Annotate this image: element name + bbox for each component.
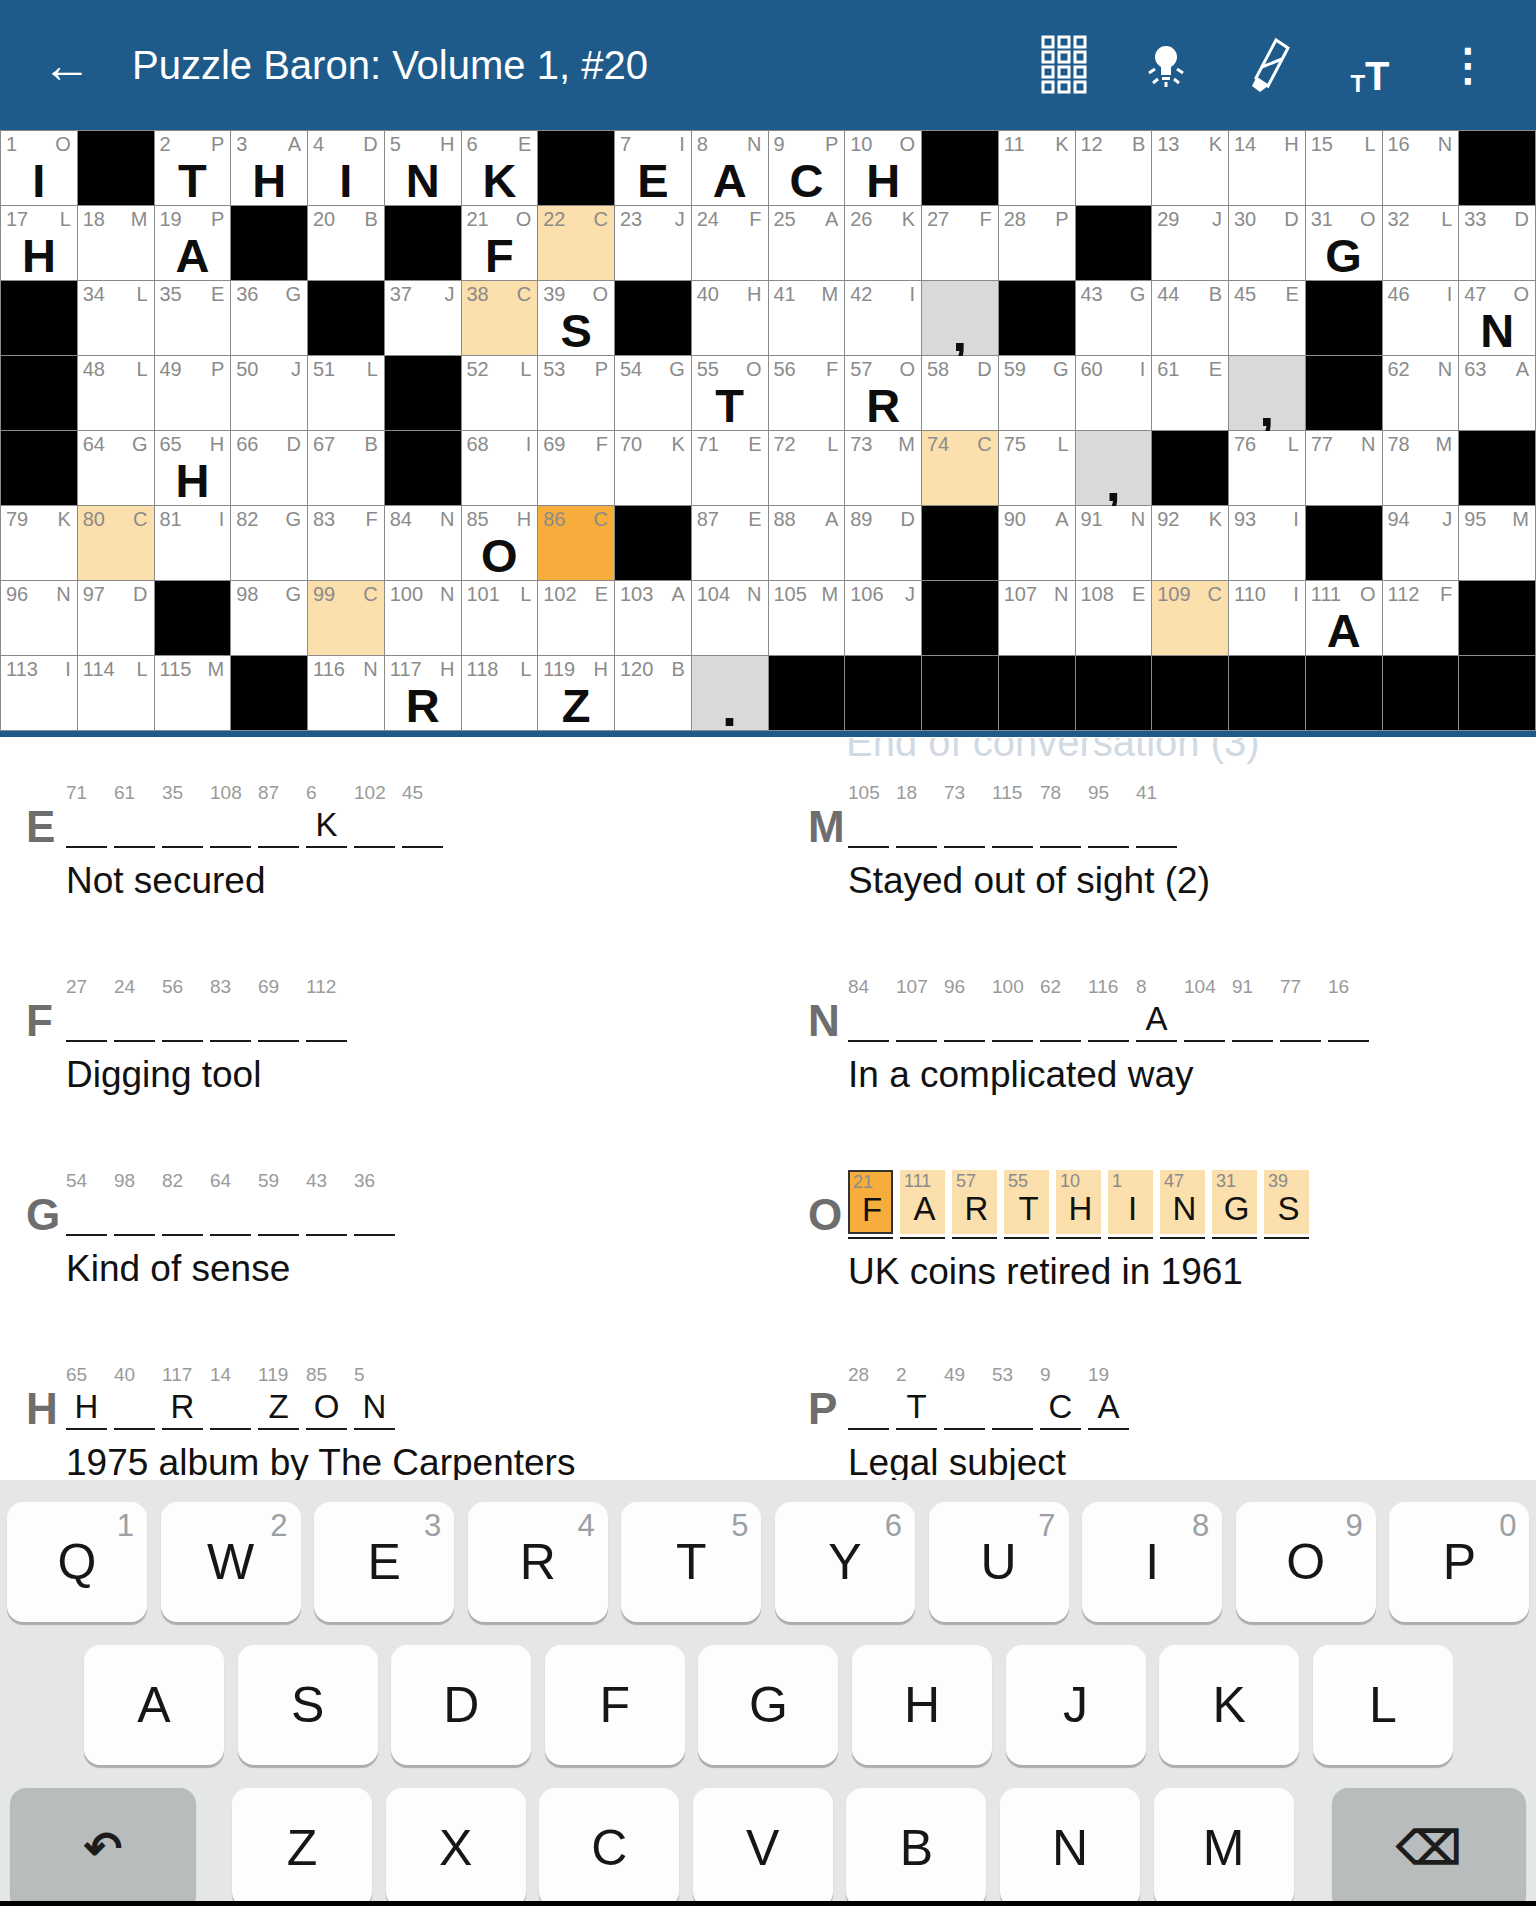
answer-slot-98[interactable]: 98 xyxy=(114,1170,155,1236)
answer-slot-62[interactable]: 62 xyxy=(1040,976,1081,1042)
black-cell xyxy=(1383,656,1459,730)
clue-text: Legal subject xyxy=(848,1442,1530,1484)
clue-letter-label: H xyxy=(26,1384,58,1434)
grid-cell-89[interactable]: 89D xyxy=(845,506,921,580)
answer-slot-47[interactable]: 47N xyxy=(1160,1170,1205,1239)
grid-cell-50[interactable]: 50J xyxy=(231,356,307,430)
answer-slot-111[interactable]: 111A xyxy=(900,1170,945,1239)
text-size-icon[interactable]: TT xyxy=(1344,34,1396,96)
black-cell xyxy=(1306,506,1382,580)
app-screen: ← Puzzle Baron: Volume 1, #20 xyxy=(0,0,1536,1906)
answer-slot-57[interactable]: 57R xyxy=(952,1170,997,1239)
clue-letter-label: G xyxy=(26,1190,60,1240)
grid-cell-11[interactable]: 11K xyxy=(999,131,1075,205)
grid-cell-29[interactable]: 29J xyxy=(1152,206,1228,280)
grid-cell-102[interactable]: 102E xyxy=(538,581,614,655)
answer-slot-10[interactable]: 10H xyxy=(1056,1170,1101,1239)
grid-cell-117[interactable]: 117HR xyxy=(385,656,461,730)
back-arrow-icon[interactable]: ← xyxy=(42,40,92,90)
punctuation-cell: . xyxy=(692,656,768,730)
grid-cell-22[interactable]: 22C xyxy=(538,206,614,280)
grid-cell-23[interactable]: 23J xyxy=(615,206,691,280)
grid-cell-96[interactable]: 96N xyxy=(1,581,77,655)
answer-slot-108[interactable]: 108 xyxy=(210,782,251,848)
key-D[interactable]: D xyxy=(391,1645,531,1765)
key-H[interactable]: H xyxy=(852,1645,992,1765)
key-P[interactable]: P0 xyxy=(1389,1502,1529,1622)
grid-cell-90[interactable]: 90A xyxy=(999,506,1075,580)
grid-cell-99[interactable]: 99C xyxy=(308,581,384,655)
grid-cell-98[interactable]: 98G xyxy=(231,581,307,655)
answer-slot-78[interactable]: 78 xyxy=(1040,782,1081,848)
grid-cell-14[interactable]: 14H xyxy=(1229,131,1305,205)
clue-text: Stayed out of sight (2) xyxy=(848,860,1530,902)
grid-cell-63[interactable]: 63A xyxy=(1459,356,1535,430)
grid-cell-2[interactable]: 2PT xyxy=(155,131,231,205)
grid-cell-35[interactable]: 35E xyxy=(155,281,231,355)
keyboard: Q1W2E3R4T5Y6U7I8O9P0ASDFGHJKL↶ZXCVBNM⌫ xyxy=(0,1480,1536,1906)
grid-cell-44[interactable]: 44B xyxy=(1152,281,1228,355)
grid-cell-73[interactable]: 73M xyxy=(845,431,921,505)
app-bar: ← Puzzle Baron: Volume 1, #20 xyxy=(0,0,1536,130)
overflow-menu-icon[interactable]: ⋮ xyxy=(1446,43,1490,87)
grid-cell-81[interactable]: 81I xyxy=(155,506,231,580)
answer-slot-35[interactable]: 35 xyxy=(162,782,203,848)
clue-section-F: F2724568369112Digging tool xyxy=(18,976,758,1148)
answer-slot-83[interactable]: 83 xyxy=(210,976,251,1042)
grid-cell-69[interactable]: 69F xyxy=(538,431,614,505)
black-cell xyxy=(615,281,691,355)
grid-cell-6[interactable]: 6EK xyxy=(462,131,538,205)
acrostic-grid: 1OI2PT3AH4DI5HN6EK7IE8NA9PC10OH11K12B13K… xyxy=(0,130,1536,731)
clue-section-M: M1051873115789541Stayed out of sight (2) xyxy=(800,782,1530,954)
grid-cell-61[interactable]: 61E xyxy=(1152,356,1228,430)
grid-cell-42[interactable]: 42I xyxy=(845,281,921,355)
grid-container: 1OI2PT3AH4DI5HN6EK7IE8NA9PC10OH11K12B13K… xyxy=(0,130,1536,737)
grid-cell-27[interactable]: 27F xyxy=(922,206,998,280)
clue-text: 1975 album by The Carpenters xyxy=(66,1442,758,1484)
answer-slot-96[interactable]: 96 xyxy=(944,976,985,1042)
black-cell xyxy=(1459,131,1535,205)
grid-cell-120[interactable]: 120B xyxy=(615,656,691,730)
grid-cell-111[interactable]: 111OA xyxy=(1306,581,1382,655)
grid-cell-51[interactable]: 51L xyxy=(308,356,384,430)
grid-cell-84[interactable]: 84N xyxy=(385,506,461,580)
grid-cell-83[interactable]: 83F xyxy=(308,506,384,580)
key-V[interactable]: V xyxy=(693,1788,833,1906)
grid-cell-94[interactable]: 94J xyxy=(1383,506,1459,580)
answer-slot-85[interactable]: 85O xyxy=(306,1364,347,1430)
grid-cell-100[interactable]: 100N xyxy=(385,581,461,655)
black-cell xyxy=(922,656,998,730)
eraser-icon[interactable] xyxy=(1242,34,1294,96)
black-cell xyxy=(615,506,691,580)
grid-cell-25[interactable]: 25A xyxy=(769,206,845,280)
key-S[interactable]: S xyxy=(238,1645,378,1765)
answer-slot-14[interactable]: 14 xyxy=(210,1364,251,1430)
answer-slot-27[interactable]: 27 xyxy=(66,976,107,1042)
key-O[interactable]: O9 xyxy=(1236,1502,1376,1622)
black-cell xyxy=(385,356,461,430)
grid-cell-30[interactable]: 30D xyxy=(1229,206,1305,280)
clue-column-left: E716135108876K10245Not securedF272456836… xyxy=(18,760,758,1536)
answer-slot-71[interactable]: 71 xyxy=(66,782,107,848)
grid-cell-56[interactable]: 56F xyxy=(769,356,845,430)
black-cell xyxy=(769,656,845,730)
clue-section-N: N8410796100621168A104917716In a complica… xyxy=(800,976,1530,1148)
grid-cell-5[interactable]: 5HN xyxy=(385,131,461,205)
grid-cell-4[interactable]: 4DI xyxy=(308,131,384,205)
grid-cell-9[interactable]: 9PC xyxy=(769,131,845,205)
black-cell xyxy=(922,131,998,205)
grid-cell-116[interactable]: 116N xyxy=(308,656,384,730)
grid-cell-115[interactable]: 115M xyxy=(155,656,231,730)
grid-cell-104[interactable]: 104N xyxy=(692,581,768,655)
punctuation-cell: , xyxy=(1076,431,1152,505)
grid-cell-118[interactable]: 118L xyxy=(462,656,538,730)
grid-cell-67[interactable]: 67B xyxy=(308,431,384,505)
bottom-divider xyxy=(0,1901,1536,1906)
black-cell xyxy=(1459,581,1535,655)
grid-cell-75[interactable]: 75L xyxy=(999,431,1075,505)
page-title: Puzzle Baron: Volume 1, #20 xyxy=(132,43,648,88)
answer-slot-61[interactable]: 61 xyxy=(114,782,155,848)
grid-cell-101[interactable]: 101L xyxy=(462,581,538,655)
answer-slot-112[interactable]: 112 xyxy=(306,976,347,1042)
grid-cell-40[interactable]: 40H xyxy=(692,281,768,355)
grid-cell-110[interactable]: 110I xyxy=(1229,581,1305,655)
grid-cell-95[interactable]: 95M xyxy=(1459,506,1535,580)
grid-cell-31[interactable]: 31OG xyxy=(1306,206,1382,280)
grid-cell-107[interactable]: 107N xyxy=(999,581,1075,655)
grid-cell-97[interactable]: 97D xyxy=(78,581,154,655)
clue-text: In a complicated way xyxy=(848,1054,1530,1096)
grid-cell-24[interactable]: 24F xyxy=(692,206,768,280)
black-cell xyxy=(1152,431,1228,505)
answer-slot-64[interactable]: 64 xyxy=(210,1170,251,1236)
grid-cell-54[interactable]: 54G xyxy=(615,356,691,430)
key-F[interactable]: F xyxy=(545,1645,685,1765)
grid-cell-85[interactable]: 85HO xyxy=(462,506,538,580)
key-I[interactable]: I8 xyxy=(1082,1502,1222,1622)
punctuation-cell: , xyxy=(922,281,998,355)
answer-slot-19[interactable]: 19A xyxy=(1088,1364,1129,1430)
clue-text: Not secured xyxy=(66,860,758,902)
black-cell xyxy=(231,206,307,280)
black-cell xyxy=(308,281,384,355)
answer-slot-55[interactable]: 55T xyxy=(1004,1170,1049,1239)
grid-cell-28[interactable]: 28P xyxy=(999,206,1075,280)
clue-letter-label: M xyxy=(808,802,845,852)
grid-cell-64[interactable]: 64G xyxy=(78,431,154,505)
key-K[interactable]: K xyxy=(1159,1645,1299,1765)
grid-cell-66[interactable]: 66D xyxy=(231,431,307,505)
grid-cell-58[interactable]: 58D xyxy=(922,356,998,430)
grid-cell-7[interactable]: 7IE xyxy=(615,131,691,205)
grid-cell-113[interactable]: 113I xyxy=(1,656,77,730)
grid-cell-62[interactable]: 62N xyxy=(1383,356,1459,430)
grid-cell-10[interactable]: 10OH xyxy=(845,131,921,205)
grid-cell-43[interactable]: 43G xyxy=(1076,281,1152,355)
clue-letter-label: N xyxy=(808,996,840,1046)
grid-cell-18[interactable]: 18M xyxy=(78,206,154,280)
backspace-key[interactable]: ⌫ xyxy=(1332,1788,1526,1906)
black-cell xyxy=(922,506,998,580)
answer-slot-6[interactable]: 6K xyxy=(306,782,347,848)
black-cell xyxy=(1306,281,1382,355)
grid-cell-13[interactable]: 13K xyxy=(1152,131,1228,205)
black-cell xyxy=(1,281,77,355)
answer-slot-59[interactable]: 59 xyxy=(258,1170,299,1236)
answer-slot-104[interactable]: 104 xyxy=(1184,976,1225,1042)
answer-slot-8[interactable]: 8A xyxy=(1136,976,1177,1042)
grid-cell-15[interactable]: 15L xyxy=(1306,131,1382,205)
answer-slot-77[interactable]: 77 xyxy=(1280,976,1321,1042)
grid-cell-39[interactable]: 39OS xyxy=(538,281,614,355)
answer-slot-1[interactable]: 1I xyxy=(1108,1170,1153,1239)
grid-cell-41[interactable]: 41M xyxy=(769,281,845,355)
answer-slot-54[interactable]: 54 xyxy=(66,1170,107,1236)
key-A[interactable]: A xyxy=(84,1645,224,1765)
answer-slot-105[interactable]: 105 xyxy=(848,782,889,848)
grid-cell-74[interactable]: 74C xyxy=(922,431,998,505)
grid-cell-103[interactable]: 103A xyxy=(615,581,691,655)
black-cell xyxy=(385,206,461,280)
clue-section-E: E716135108876K10245Not secured xyxy=(18,782,758,954)
answer-slot-41[interactable]: 41 xyxy=(1136,782,1177,848)
answer-slot-65[interactable]: 65H xyxy=(66,1364,107,1430)
key-R[interactable]: R4 xyxy=(468,1502,608,1622)
grid-cell-16[interactable]: 16N xyxy=(1383,131,1459,205)
black-cell xyxy=(1459,431,1535,505)
grid-cell-57[interactable]: 57OR xyxy=(845,356,921,430)
grid-cell-79[interactable]: 79K xyxy=(1,506,77,580)
key-L[interactable]: L xyxy=(1313,1645,1453,1765)
answer-slot-116[interactable]: 116 xyxy=(1088,976,1129,1042)
answer-slot-117[interactable]: 117R xyxy=(162,1364,203,1430)
key-U[interactable]: U7 xyxy=(929,1502,1069,1622)
grid-cell-48[interactable]: 48L xyxy=(78,356,154,430)
grid-cell-26[interactable]: 26K xyxy=(845,206,921,280)
grid-cell-19[interactable]: 19PA xyxy=(155,206,231,280)
key-E[interactable]: E3 xyxy=(314,1502,454,1622)
answer-slot-28[interactable]: 28 xyxy=(848,1364,889,1430)
grid-cell-91[interactable]: 91N xyxy=(1076,506,1152,580)
clue-letter-label: O xyxy=(808,1190,842,1240)
key-Z[interactable]: Z xyxy=(232,1788,372,1906)
grid-cell-106[interactable]: 106J xyxy=(845,581,921,655)
answer-slot-73[interactable]: 73 xyxy=(944,782,985,848)
grid-cell-87[interactable]: 87E xyxy=(692,506,768,580)
clue-letter-label: E xyxy=(26,802,55,852)
answer-slot-16[interactable]: 16 xyxy=(1328,976,1369,1042)
key-T[interactable]: T5 xyxy=(621,1502,761,1622)
black-cell xyxy=(1459,656,1535,730)
black-cell xyxy=(1076,206,1152,280)
grid-cell-77[interactable]: 77N xyxy=(1306,431,1382,505)
grid-cell-47[interactable]: 47ON xyxy=(1459,281,1535,355)
answer-slot-119[interactable]: 119Z xyxy=(258,1364,299,1430)
grid-cell-82[interactable]: 82G xyxy=(231,506,307,580)
answer-slot-9[interactable]: 9C xyxy=(1040,1364,1081,1430)
black-cell xyxy=(999,656,1075,730)
black-cell xyxy=(385,431,461,505)
answer-slot-91[interactable]: 91 xyxy=(1232,976,1273,1042)
key-J[interactable]: J xyxy=(1006,1645,1146,1765)
grid-cell-37[interactable]: 37J xyxy=(385,281,461,355)
black-cell xyxy=(1152,656,1228,730)
grid-cell-88[interactable]: 88A xyxy=(769,506,845,580)
hint-bulb-icon[interactable] xyxy=(1140,34,1192,96)
grid-view-icon[interactable] xyxy=(1038,34,1090,96)
answer-slot-87[interactable]: 87 xyxy=(258,782,299,848)
grid-cell-70[interactable]: 70K xyxy=(615,431,691,505)
black-cell xyxy=(1076,656,1152,730)
grid-cell-49[interactable]: 49P xyxy=(155,356,231,430)
black-cell xyxy=(155,581,231,655)
key-Q[interactable]: Q1 xyxy=(7,1502,147,1622)
answer-slot-56[interactable]: 56 xyxy=(162,976,203,1042)
grid-cell-114[interactable]: 114L xyxy=(78,656,154,730)
grid-cell-72[interactable]: 72L xyxy=(769,431,845,505)
key-C[interactable]: C xyxy=(539,1788,679,1906)
grid-cell-3[interactable]: 3AH xyxy=(231,131,307,205)
answer-slot-82[interactable]: 82 xyxy=(162,1170,203,1236)
answer-slot-84[interactable]: 84 xyxy=(848,976,889,1042)
black-cell xyxy=(1,356,77,430)
grid-cell-109[interactable]: 109C xyxy=(1152,581,1228,655)
black-cell xyxy=(1229,656,1305,730)
clue-letter-label: P xyxy=(808,1384,837,1434)
clue-letter-label: F xyxy=(26,996,53,1046)
clue-column-right: M1051873115789541Stayed out of sight (2)… xyxy=(800,760,1530,1536)
grid-cell-8[interactable]: 8NA xyxy=(692,131,768,205)
grid-cell-78[interactable]: 78M xyxy=(1383,431,1459,505)
answer-slot-107[interactable]: 107 xyxy=(896,976,937,1042)
grid-cell-80[interactable]: 80C xyxy=(78,506,154,580)
clue-text: UK coins retired in 1961 xyxy=(848,1251,1530,1293)
grid-cell-68[interactable]: 68I xyxy=(462,431,538,505)
grid-cell-92[interactable]: 92K xyxy=(1152,506,1228,580)
answer-slot-5[interactable]: 5N xyxy=(354,1364,395,1430)
answer-slot-39[interactable]: 39S xyxy=(1264,1170,1309,1239)
grid-cell-55[interactable]: 55OT xyxy=(692,356,768,430)
grid-cell-112[interactable]: 112F xyxy=(1383,581,1459,655)
grid-cell-108[interactable]: 108E xyxy=(1076,581,1152,655)
clue-text: Digging tool xyxy=(66,1054,758,1096)
black-cell xyxy=(922,581,998,655)
grid-cell-71[interactable]: 71E xyxy=(692,431,768,505)
grid-cell-45[interactable]: 45E xyxy=(1229,281,1305,355)
grid-cell-1[interactable]: 1OI xyxy=(1,131,77,205)
answer-slot-24[interactable]: 24 xyxy=(114,976,155,1042)
grid-cell-32[interactable]: 32L xyxy=(1383,206,1459,280)
key-G[interactable]: G xyxy=(698,1645,838,1765)
key-W[interactable]: W2 xyxy=(161,1502,301,1622)
grid-cell-34[interactable]: 34L xyxy=(78,281,154,355)
answer-slot-115[interactable]: 115 xyxy=(992,782,1033,848)
grid-cell-60[interactable]: 60I xyxy=(1076,356,1152,430)
grid-cell-33[interactable]: 33D xyxy=(1459,206,1535,280)
grid-cell-52[interactable]: 52L xyxy=(462,356,538,430)
answer-slot-49[interactable]: 49 xyxy=(944,1364,985,1430)
answer-slot-2[interactable]: 2T xyxy=(896,1364,937,1430)
grid-cell-46[interactable]: 46I xyxy=(1383,281,1459,355)
grid-cell-93[interactable]: 93I xyxy=(1229,506,1305,580)
answer-slot-21[interactable]: 21F xyxy=(848,1170,893,1239)
black-cell xyxy=(1,431,77,505)
answer-slot-45[interactable]: 45 xyxy=(402,782,443,848)
grid-cell-76[interactable]: 76L xyxy=(1229,431,1305,505)
grid-cell-38[interactable]: 38C xyxy=(462,281,538,355)
grid-cell-53[interactable]: 53P xyxy=(538,356,614,430)
grid-cell-12[interactable]: 12B xyxy=(1076,131,1152,205)
answer-slot-69[interactable]: 69 xyxy=(258,976,299,1042)
key-M[interactable]: M xyxy=(1154,1788,1294,1906)
clue-text: Kind of sense xyxy=(66,1248,758,1290)
key-X[interactable]: X xyxy=(386,1788,526,1906)
black-cell xyxy=(231,656,307,730)
key-N[interactable]: N xyxy=(1000,1788,1140,1906)
answer-slot-36[interactable]: 36 xyxy=(354,1170,395,1236)
black-cell xyxy=(538,131,614,205)
answer-slot-95[interactable]: 95 xyxy=(1088,782,1129,848)
clue-section-G: G54988264594336Kind of sense xyxy=(18,1170,758,1342)
black-cell xyxy=(999,281,1075,355)
punctuation-cell: , xyxy=(1229,356,1305,430)
grid-cell-20[interactable]: 20B xyxy=(308,206,384,280)
black-cell xyxy=(1306,656,1382,730)
answer-slot-53[interactable]: 53 xyxy=(992,1364,1033,1430)
grid-cell-36[interactable]: 36G xyxy=(231,281,307,355)
answer-slot-43[interactable]: 43 xyxy=(306,1170,347,1236)
black-cell xyxy=(845,656,921,730)
grid-cell-105[interactable]: 105M xyxy=(769,581,845,655)
grid-cell-59[interactable]: 59G xyxy=(999,356,1075,430)
grid-cell-119[interactable]: 119HZ xyxy=(538,656,614,730)
black-cell xyxy=(78,131,154,205)
grid-cell-86[interactable]: 86C xyxy=(538,506,614,580)
answer-slot-102[interactable]: 102 xyxy=(354,782,395,848)
answer-slot-100[interactable]: 100 xyxy=(992,976,1033,1042)
black-cell xyxy=(1306,356,1382,430)
grid-cell-17[interactable]: 17LH xyxy=(1,206,77,280)
answer-slot-18[interactable]: 18 xyxy=(896,782,937,848)
grid-cell-65[interactable]: 65HH xyxy=(155,431,231,505)
undo-key[interactable]: ↶ xyxy=(10,1788,196,1906)
grid-cell-21[interactable]: 21OF xyxy=(462,206,538,280)
answer-slot-40[interactable]: 40 xyxy=(114,1364,155,1430)
key-B[interactable]: B xyxy=(846,1788,986,1906)
key-Y[interactable]: Y6 xyxy=(775,1502,915,1622)
answer-slot-31[interactable]: 31G xyxy=(1212,1170,1257,1239)
clue-section-O: O21F111A57R55T10H1I47N31G39SUK coins ret… xyxy=(800,1170,1530,1342)
toolbar-actions: TT ⋮ xyxy=(1038,34,1536,96)
